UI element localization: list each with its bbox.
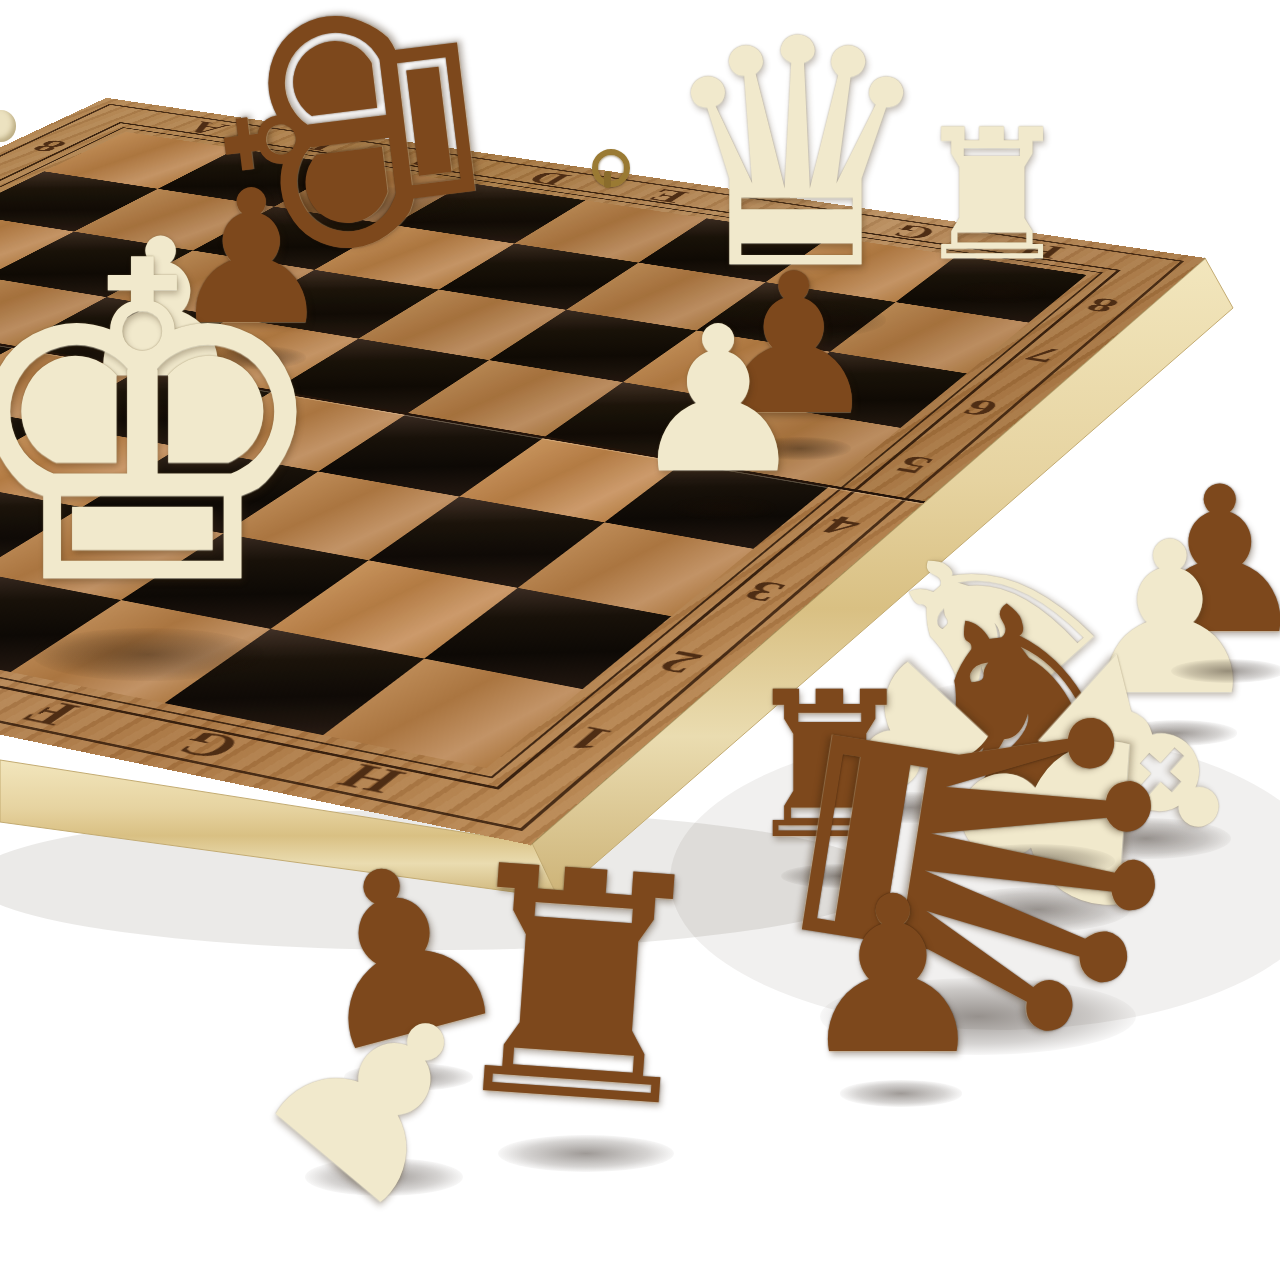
latch-icon (590, 149, 624, 189)
photo-scene: AABBCCDDEEFFGGHH8877665544332211 ♚♛♜♟♟♟♟… (0, 0, 1280, 1280)
offboard-b-pawn-9[interactable]: ♟ (785, 896, 1002, 1061)
piece-shadow (498, 1135, 674, 1173)
latch-ring (592, 149, 630, 187)
w-rook-h8[interactable]: ♜ (902, 129, 1082, 266)
latch-hook (604, 171, 611, 188)
piece-shadow (840, 1080, 962, 1106)
w-king-f1[interactable]: ♚ (0, 262, 362, 597)
w-pawn-h4[interactable]: ♟ (618, 327, 819, 480)
